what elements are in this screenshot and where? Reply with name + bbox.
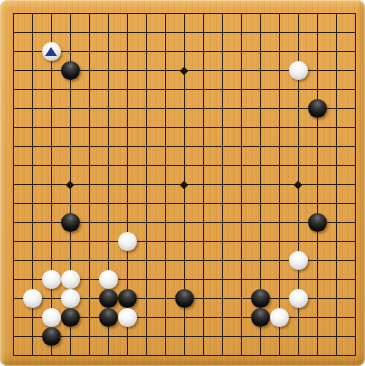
- white-stone-P3[interactable]: [270, 308, 289, 327]
- white-stone-Q6[interactable]: [289, 251, 308, 270]
- white-stone-G3[interactable]: [118, 308, 137, 327]
- black-stone-F3[interactable]: [99, 308, 118, 327]
- black-stone-O4[interactable]: [251, 289, 270, 308]
- black-stone-D16[interactable]: [61, 61, 80, 80]
- black-stone-D3[interactable]: [61, 308, 80, 327]
- black-stone-F4[interactable]: [99, 289, 118, 308]
- white-stone-C5[interactable]: [42, 270, 61, 289]
- black-stone-K4[interactable]: [175, 289, 194, 308]
- white-stone-F5[interactable]: [99, 270, 118, 289]
- black-stone-G4[interactable]: [118, 289, 137, 308]
- white-stone-Q4[interactable]: [289, 289, 308, 308]
- white-stone-C3[interactable]: [42, 308, 61, 327]
- black-stone-R14[interactable]: [308, 99, 327, 118]
- white-stone-G7[interactable]: [118, 232, 137, 251]
- black-stone-D8[interactable]: [61, 213, 80, 232]
- white-stone-C17[interactable]: [42, 42, 61, 61]
- white-stone-B4[interactable]: [23, 289, 42, 308]
- black-stone-O3[interactable]: [251, 308, 270, 327]
- triangle-marker-icon: [45, 47, 57, 56]
- white-stone-D5[interactable]: [61, 270, 80, 289]
- white-stone-Q16[interactable]: [289, 61, 308, 80]
- white-stone-D4[interactable]: [61, 289, 80, 308]
- go-board[interactable]: [0, 0, 365, 366]
- black-stone-R8[interactable]: [308, 213, 327, 232]
- black-stone-C2[interactable]: [42, 327, 61, 346]
